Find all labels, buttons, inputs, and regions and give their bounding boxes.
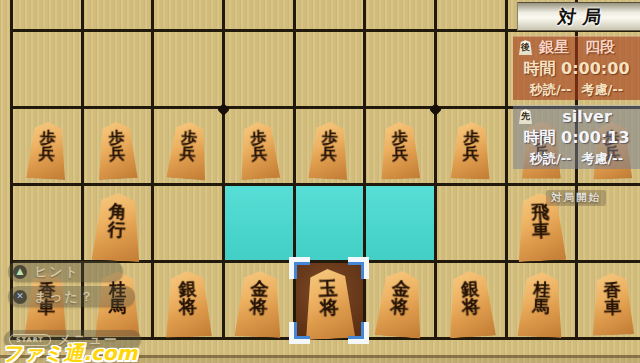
cell-75[interactable] (154, 0, 225, 32)
cell-95[interactable] (13, 0, 84, 32)
cell-66[interactable] (225, 32, 296, 109)
piece-pawn-77[interactable]: 歩兵 (164, 120, 212, 180)
takeback-button[interactable]: ✕ まった？ (8, 286, 135, 307)
sente-consideration: 考慮/-- (582, 150, 624, 168)
cell-59[interactable]: 玉将 (296, 263, 367, 340)
piece-kanji: 兵 (179, 145, 196, 163)
sente-player-name: silver (539, 107, 635, 126)
cell-88[interactable]: 角行 (84, 186, 155, 263)
cell-55[interactable] (296, 0, 367, 32)
piece-pawn-37[interactable]: 歩兵 (448, 121, 494, 179)
sente-name-row: 先 silver (513, 107, 640, 126)
piece-kanji: 将 (320, 298, 340, 318)
sente-byoyomi: 秒読/-- (530, 150, 572, 168)
cell-85[interactable] (84, 0, 155, 32)
piece-bishop-88[interactable]: 角行 (89, 192, 146, 262)
gote-name-row: 後 銀星 四段 (513, 38, 640, 57)
sente-time: 時間 0:00:13 (513, 128, 640, 149)
cell-39[interactable]: 銀将 (437, 263, 508, 340)
cell-79[interactable]: 銀将 (154, 263, 225, 340)
piece-gold-49[interactable]: 金将 (372, 269, 429, 339)
cell-78[interactable] (154, 186, 225, 263)
piece-kanji: 車 (532, 221, 551, 240)
cell-35[interactable] (437, 0, 508, 32)
piece-pawn-57[interactable]: 歩兵 (306, 120, 353, 179)
piece-pawn-87[interactable]: 歩兵 (94, 120, 141, 179)
piece-gold-69[interactable]: 金将 (231, 270, 286, 338)
gote-player-rank: 四段 (585, 38, 615, 57)
cell-36[interactable] (437, 32, 508, 109)
cell-97[interactable]: 歩兵 (13, 109, 84, 186)
cell-87[interactable]: 歩兵 (84, 109, 155, 186)
match-title-bar: 対局 (517, 2, 640, 31)
piece-kanji: 馬 (532, 297, 550, 315)
cell-56[interactable] (296, 32, 367, 109)
piece-pawn-67[interactable]: 歩兵 (235, 120, 282, 180)
cell-49[interactable]: 金将 (366, 263, 437, 340)
piece-pawn-47[interactable]: 歩兵 (377, 121, 423, 179)
piece-kanji: 兵 (38, 145, 55, 162)
match-title: 対局 (549, 5, 609, 29)
cell-86[interactable] (84, 32, 155, 109)
cell-77[interactable]: 歩兵 (154, 109, 225, 186)
gote-player-panel: 後 銀星 四段 時間 0:00:00 秒読/-- 考慮/-- (513, 36, 640, 100)
cell-58[interactable] (296, 186, 367, 263)
piece-kanji: 行 (108, 221, 127, 240)
sente-counters: 秒読/-- 考慮/-- (513, 150, 640, 168)
piece-silver-79[interactable]: 銀将 (161, 270, 215, 338)
piece-kanji: 将 (249, 298, 268, 317)
piece-king-59[interactable]: 玉将 (300, 268, 359, 341)
cell-67[interactable]: 歩兵 (225, 109, 296, 186)
cell-19[interactable]: 香車 (578, 263, 640, 340)
piece-kanji: 将 (461, 298, 480, 317)
cell-48[interactable] (366, 186, 437, 263)
piece-kanji: 兵 (392, 146, 409, 163)
piece-pawn-97[interactable]: 歩兵 (24, 120, 71, 179)
piece-kanji: 将 (179, 298, 198, 317)
cell-38[interactable] (437, 186, 508, 263)
sente-badge-icon: 先 (518, 109, 533, 124)
sente-player-panel: 先 silver 時間 0:00:13 秒読/-- 考慮/-- (513, 105, 640, 169)
gote-time: 時間 0:00:00 (513, 59, 640, 80)
takeback-label: まった？ (34, 288, 95, 306)
cell-37[interactable]: 歩兵 (437, 109, 508, 186)
piece-kanji: 兵 (251, 145, 268, 162)
cell-96[interactable] (13, 32, 84, 109)
piece-kanji: 車 (603, 299, 621, 317)
cross-button-icon: ✕ (13, 290, 27, 304)
cell-29[interactable]: 桂馬 (508, 263, 579, 340)
cell-76[interactable] (154, 32, 225, 109)
cell-69[interactable]: 金将 (225, 263, 296, 340)
game-start-notice: 対局開始 (546, 190, 606, 206)
cell-47[interactable]: 歩兵 (366, 109, 437, 186)
cell-98[interactable] (13, 186, 84, 263)
gote-counters: 秒読/-- 考慮/-- (513, 81, 640, 99)
piece-kanji: 兵 (109, 145, 126, 162)
cell-57[interactable]: 歩兵 (296, 109, 367, 186)
cell-65[interactable] (225, 0, 296, 32)
gote-consideration: 考慮/-- (582, 81, 624, 99)
piece-kanji: 兵 (321, 145, 338, 162)
piece-kanji: 将 (390, 298, 409, 318)
cell-68[interactable] (225, 186, 296, 263)
shogi-game-screen: 歩兵歩兵歩兵歩兵歩兵歩兵歩兵歩兵歩兵角行飛車香車桂馬銀将金将玉将金将銀将桂馬香車… (0, 0, 640, 363)
hint-button[interactable]: ▲ ヒント (8, 261, 123, 282)
gote-badge-icon: 後 (518, 40, 533, 55)
gote-byoyomi: 秒読/-- (530, 81, 572, 99)
triangle-button-icon: ▲ (13, 265, 27, 279)
piece-knight-29[interactable]: 桂馬 (515, 270, 568, 337)
gote-player-name: 銀星 (539, 38, 569, 57)
famitsu-watermark: ファミ通.com (2, 340, 137, 363)
cell-46[interactable] (366, 32, 437, 109)
hint-label: ヒント (34, 263, 80, 281)
cell-45[interactable] (366, 0, 437, 32)
piece-lance-19[interactable]: 香車 (588, 272, 637, 335)
piece-kanji: 兵 (462, 146, 479, 163)
piece-silver-39[interactable]: 銀将 (443, 269, 499, 338)
